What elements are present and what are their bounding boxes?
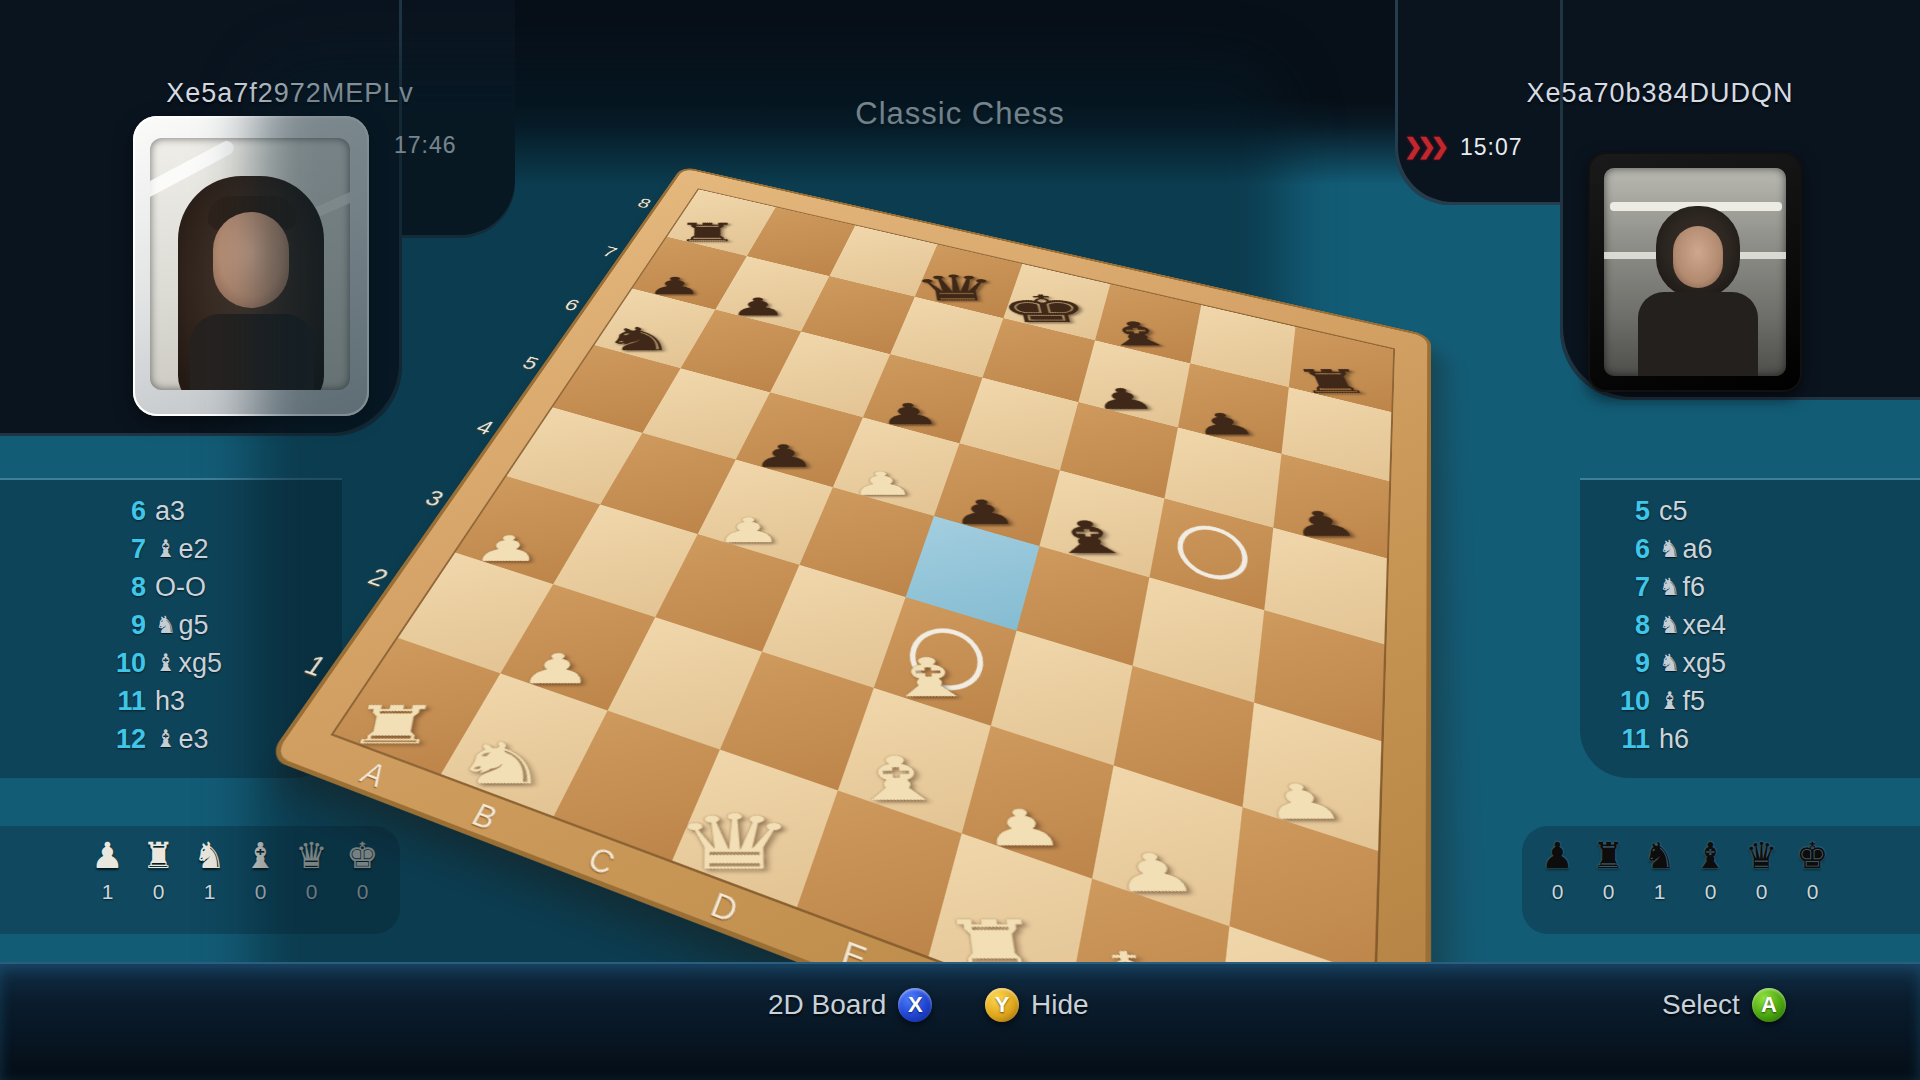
piece-black-rook[interactable]: ♜: [1288, 365, 1376, 398]
captured-black-bishop-icon: ♝: [1685, 834, 1736, 878]
square-b2[interactable]: ♟: [500, 584, 655, 710]
move-row-black-11: 11h6: [1592, 720, 1852, 758]
x-button-icon[interactable]: X: [898, 988, 932, 1022]
move-text: h6: [1659, 724, 1689, 755]
piece-black-pawn[interactable]: ♟: [876, 400, 943, 429]
square-d2[interactable]: [720, 652, 874, 791]
piece-black-bishop[interactable]: ♝: [1094, 318, 1182, 351]
move-text: ♞g5: [155, 610, 209, 641]
square-f3[interactable]: [991, 631, 1133, 766]
move-row-black-7: 7♞f6: [1592, 568, 1852, 606]
piece-black-bishop[interactable]: ♝: [1039, 515, 1139, 560]
move-number: 5: [1592, 496, 1650, 527]
piece-black-queen[interactable]: ♛: [910, 271, 1003, 307]
knight-icon: ♞: [155, 611, 177, 639]
move-text: ♞a6: [1659, 534, 1713, 565]
piece-black-pawn[interactable]: ♟: [645, 274, 703, 298]
piece-white-pawn[interactable]: ♟: [1253, 778, 1351, 827]
move-number: 8: [1592, 610, 1650, 641]
move-text: O-O: [155, 572, 206, 603]
piece-black-pawn[interactable]: ♟: [751, 441, 818, 472]
hide-hint[interactable]: Y Hide: [985, 988, 1089, 1022]
square-f2[interactable]: ♟: [962, 726, 1114, 879]
move-number: 6: [1592, 534, 1650, 565]
move-number: 9: [1592, 648, 1650, 679]
move-number: 12: [88, 724, 146, 755]
move-text: ♝xg5: [155, 648, 222, 679]
piece-black-pawn[interactable]: ♟: [947, 496, 1021, 530]
captured-black-knight-count: 1: [1634, 880, 1685, 904]
move-text: a3: [155, 496, 185, 527]
square-c2[interactable]: [608, 617, 762, 749]
captured-black-queen-count: 0: [1736, 880, 1787, 904]
square-h3[interactable]: ♟: [1243, 703, 1382, 851]
piece-white-pawn[interactable]: ♟: [1105, 847, 1203, 900]
move-number: 8: [88, 572, 146, 603]
piece-white-pawn[interactable]: ♟: [516, 648, 596, 689]
move-number: 7: [88, 534, 146, 565]
square-h5[interactable]: [1264, 528, 1387, 645]
captured-white-pawn-count: 1: [82, 880, 133, 904]
knight-icon: ♞: [1659, 573, 1681, 601]
captured-black-king-count: 0: [1787, 880, 1838, 904]
move-text: ♞f6: [1659, 572, 1705, 603]
move-number: 7: [1592, 572, 1650, 603]
piece-white-pawn[interactable]: ♟: [977, 803, 1069, 853]
captured-white-knight-icon: ♞: [184, 834, 235, 878]
2d-board-hint[interactable]: 2D Board X: [768, 988, 944, 1022]
captured-tray-black: ♟♜♞♝♛♚ 001000: [1532, 834, 1862, 904]
square-e3[interactable]: ♝: [874, 597, 1017, 726]
select-hint[interactable]: Select A: [1662, 988, 1798, 1022]
2d-board-label: 2D Board: [768, 989, 886, 1021]
move-number: 9: [88, 610, 146, 641]
move-text: h3: [155, 686, 185, 717]
a-button-icon[interactable]: A: [1752, 988, 1786, 1022]
right-player-card: [1588, 152, 1802, 392]
piece-black-king[interactable]: ♚: [996, 290, 1095, 328]
piece-white-pawn[interactable]: ♟: [469, 531, 544, 566]
square-c3[interactable]: [655, 534, 799, 652]
move-row-black-5: 5c5: [1592, 492, 1852, 530]
select-label: Select: [1662, 989, 1740, 1021]
move-row-black-9: 9♞xg5: [1592, 644, 1852, 682]
captured-white-rook-count: 0: [133, 880, 184, 904]
square-e2[interactable]: ♝: [838, 688, 991, 834]
move-number: 10: [88, 648, 146, 679]
knight-icon: ♞: [1659, 535, 1681, 563]
square-g4[interactable]: [1133, 577, 1265, 702]
piece-black-rook[interactable]: ♜: [675, 220, 740, 246]
captured-black-knight-icon: ♞: [1634, 834, 1685, 878]
bishop-icon: ♝: [1659, 687, 1681, 715]
move-row-black-10: 10♝f5: [1592, 682, 1852, 720]
captured-black-king-icon: ♚: [1787, 834, 1838, 878]
right-player-webcam-photo: [1604, 168, 1786, 376]
captured-white-rook-icon: ♜: [133, 834, 184, 878]
bishop-icon: ♝: [155, 725, 177, 753]
piece-black-pawn[interactable]: ♟: [729, 295, 788, 320]
bishop-icon: ♝: [155, 649, 177, 677]
square-h2[interactable]: [1229, 807, 1378, 976]
piece-black-pawn[interactable]: ♟: [1088, 385, 1159, 413]
move-text: ♝f5: [1659, 686, 1705, 717]
captured-black-bishop-count: 0: [1685, 880, 1736, 904]
move-text: ♞xg5: [1659, 648, 1726, 679]
move-row-black-6: 6♞a6: [1592, 530, 1852, 568]
knight-icon: ♞: [1659, 611, 1681, 639]
captured-black-queen-icon: ♛: [1736, 834, 1787, 878]
piece-white-bishop[interactable]: ♝: [842, 748, 952, 809]
move-text: c5: [1659, 496, 1688, 527]
bottom-hint-bar: 2D Board X Y Hide Select A: [0, 962, 1920, 1080]
captured-black-rook-icon: ♜: [1583, 834, 1634, 878]
square-e4[interactable]: [906, 516, 1040, 631]
move-text: ♝e2: [155, 534, 209, 565]
knight-icon: ♞: [1659, 649, 1681, 677]
captured-white-knight-count: 1: [184, 880, 235, 904]
bishop-icon: ♝: [155, 535, 177, 563]
move-number: 11: [1592, 724, 1650, 755]
piece-white-pawn[interactable]: ♟: [847, 468, 917, 500]
square-d3[interactable]: [762, 565, 906, 688]
right-move-list: 5c56♞a67♞f68♞xe49♞xg510♝f511h6: [1592, 492, 1852, 758]
piece-black-pawn[interactable]: ♟: [1282, 507, 1365, 541]
chess-board-scene: ABCDEFGH12345678 ♜♛♚♝♜♟♟♟♟♞♟♟♟♟♟♝♟♟♝♟♟♝♟…: [380, 52, 1540, 1012]
move-number: 10: [1592, 686, 1650, 717]
y-button-icon[interactable]: Y: [985, 988, 1019, 1022]
square-g2[interactable]: ♟: [1092, 765, 1242, 926]
move-text: ♝e3: [155, 724, 209, 755]
piece-black-pawn[interactable]: ♟: [1187, 410, 1262, 440]
captured-black-rook-count: 0: [1583, 880, 1634, 904]
move-number: 6: [88, 496, 146, 527]
move-number: 11: [88, 686, 146, 717]
square-g3[interactable]: [1114, 666, 1254, 807]
move-text: ♞xe4: [1659, 610, 1726, 641]
captured-white-pawn-icon: ♟: [82, 834, 133, 878]
piece-black-knight[interactable]: ♞: [600, 323, 676, 355]
hide-label: Hide: [1031, 989, 1089, 1021]
move-row-black-8: 8♞xe4: [1592, 606, 1852, 644]
move-ring-g5: [1173, 518, 1250, 587]
